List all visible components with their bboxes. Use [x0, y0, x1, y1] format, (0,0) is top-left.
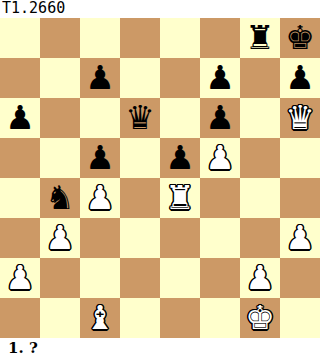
square-b6[interactable] — [40, 98, 80, 138]
white-pawn-piece: ♟ — [240, 258, 280, 298]
square-g4[interactable] — [240, 178, 280, 218]
black-queen-piece: ♛ — [120, 98, 160, 138]
square-a7[interactable] — [0, 58, 40, 98]
square-c8[interactable] — [80, 18, 120, 58]
white-pawn-piece: ♟ — [280, 218, 320, 258]
square-f2[interactable] — [200, 258, 240, 298]
square-a8[interactable] — [0, 18, 40, 58]
black-pawn-piece: ♟ — [80, 58, 120, 98]
square-b2[interactable] — [40, 258, 80, 298]
square-g1[interactable]: ♚ — [240, 298, 280, 338]
square-d5[interactable] — [120, 138, 160, 178]
diagram-title: T1.2660 — [0, 0, 320, 18]
black-pawn-piece: ♟ — [280, 58, 320, 98]
square-e7[interactable] — [160, 58, 200, 98]
black-pawn-piece: ♟ — [0, 98, 40, 138]
square-f6[interactable]: ♟ — [200, 98, 240, 138]
square-c1[interactable]: ♝ — [80, 298, 120, 338]
square-f4[interactable] — [200, 178, 240, 218]
square-a3[interactable] — [0, 218, 40, 258]
square-h7[interactable]: ♟ — [280, 58, 320, 98]
chess-diagram-page: T1.2660 ♜♚♟♟♟♟♛♟♛♟♟♟♞♟♜♟♟♟♟♝♚ 1. ? — [0, 0, 320, 360]
square-c4[interactable]: ♟ — [80, 178, 120, 218]
white-pawn-piece: ♟ — [0, 258, 40, 298]
square-b5[interactable] — [40, 138, 80, 178]
square-d7[interactable] — [120, 58, 160, 98]
square-e6[interactable] — [160, 98, 200, 138]
square-e1[interactable] — [160, 298, 200, 338]
square-h6[interactable]: ♛ — [280, 98, 320, 138]
square-a4[interactable] — [0, 178, 40, 218]
move-prompt: 1. ? — [0, 338, 320, 360]
white-pawn-piece: ♟ — [80, 178, 120, 218]
square-e5[interactable]: ♟ — [160, 138, 200, 178]
square-f3[interactable] — [200, 218, 240, 258]
square-d2[interactable] — [120, 258, 160, 298]
square-h2[interactable] — [280, 258, 320, 298]
square-d8[interactable] — [120, 18, 160, 58]
square-d1[interactable] — [120, 298, 160, 338]
square-c7[interactable]: ♟ — [80, 58, 120, 98]
white-rook-piece: ♜ — [160, 178, 200, 218]
square-g5[interactable] — [240, 138, 280, 178]
square-d6[interactable]: ♛ — [120, 98, 160, 138]
square-f1[interactable] — [200, 298, 240, 338]
square-a6[interactable]: ♟ — [0, 98, 40, 138]
square-b1[interactable] — [40, 298, 80, 338]
white-pawn-piece: ♟ — [200, 138, 240, 178]
black-rook-piece: ♜ — [240, 18, 280, 58]
chess-board: ♜♚♟♟♟♟♛♟♛♟♟♟♞♟♜♟♟♟♟♝♚ — [0, 18, 320, 338]
square-a2[interactable]: ♟ — [0, 258, 40, 298]
square-h3[interactable]: ♟ — [280, 218, 320, 258]
square-d4[interactable] — [120, 178, 160, 218]
black-pawn-piece: ♟ — [80, 138, 120, 178]
white-king-piece: ♚ — [240, 298, 280, 338]
square-g3[interactable] — [240, 218, 280, 258]
black-pawn-piece: ♟ — [200, 98, 240, 138]
black-king-piece: ♚ — [280, 18, 320, 58]
square-g6[interactable] — [240, 98, 280, 138]
square-g2[interactable]: ♟ — [240, 258, 280, 298]
square-e2[interactable] — [160, 258, 200, 298]
white-pawn-piece: ♟ — [40, 218, 80, 258]
square-c2[interactable] — [80, 258, 120, 298]
square-h8[interactable]: ♚ — [280, 18, 320, 58]
square-f8[interactable] — [200, 18, 240, 58]
square-f7[interactable]: ♟ — [200, 58, 240, 98]
square-b4[interactable]: ♞ — [40, 178, 80, 218]
square-c5[interactable]: ♟ — [80, 138, 120, 178]
square-c6[interactable] — [80, 98, 120, 138]
square-g7[interactable] — [240, 58, 280, 98]
black-knight-piece: ♞ — [40, 178, 80, 218]
square-c3[interactable] — [80, 218, 120, 258]
square-e4[interactable]: ♜ — [160, 178, 200, 218]
black-pawn-piece: ♟ — [200, 58, 240, 98]
square-e8[interactable] — [160, 18, 200, 58]
square-b8[interactable] — [40, 18, 80, 58]
square-a5[interactable] — [0, 138, 40, 178]
white-bishop-piece: ♝ — [80, 298, 120, 338]
square-e3[interactable] — [160, 218, 200, 258]
square-d3[interactable] — [120, 218, 160, 258]
black-pawn-piece: ♟ — [160, 138, 200, 178]
white-queen-piece: ♛ — [280, 98, 320, 138]
square-h1[interactable] — [280, 298, 320, 338]
square-b3[interactable]: ♟ — [40, 218, 80, 258]
square-b7[interactable] — [40, 58, 80, 98]
square-f5[interactable]: ♟ — [200, 138, 240, 178]
square-h5[interactable] — [280, 138, 320, 178]
square-g8[interactable]: ♜ — [240, 18, 280, 58]
square-h4[interactable] — [280, 178, 320, 218]
square-a1[interactable] — [0, 298, 40, 338]
